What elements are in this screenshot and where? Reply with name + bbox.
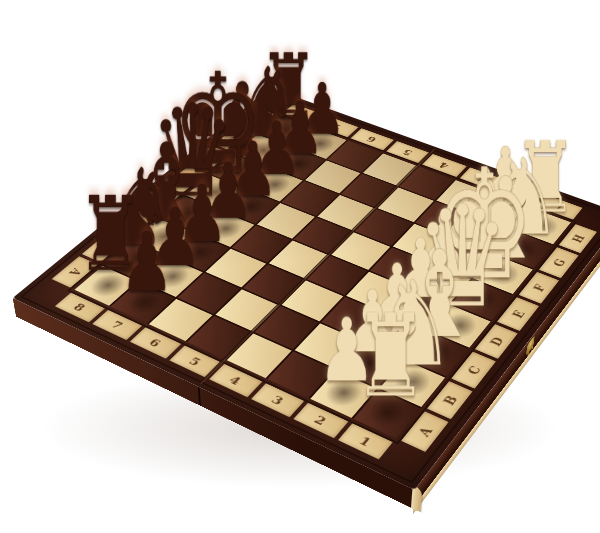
coord-label-near-file-a: A bbox=[415, 425, 436, 439]
white-rook-glyph: ♜ bbox=[323, 300, 458, 414]
coord-label-far-rank-5: 5 bbox=[401, 147, 415, 156]
coord-label-near-rank-2: 2 bbox=[312, 413, 330, 428]
coord-label-near-rank-6: 6 bbox=[147, 336, 165, 349]
coord-label-near-rank-8: 8 bbox=[71, 301, 88, 313]
coord-label-near-rank-7: 7 bbox=[108, 318, 126, 331]
coord-label-near-rank-5: 5 bbox=[186, 355, 204, 368]
coord-label-near-rank-1: 1 bbox=[356, 434, 374, 449]
coord-label-near-rank-3: 3 bbox=[269, 393, 287, 407]
coord-label-near-rank-4: 4 bbox=[227, 373, 245, 387]
black-pawn-glyph: ♟ bbox=[85, 222, 208, 303]
product-photo-canvas: ABCDEFGH ABCDEFGH 87654321 87654321 ♜♞♝♛… bbox=[0, 0, 600, 533]
